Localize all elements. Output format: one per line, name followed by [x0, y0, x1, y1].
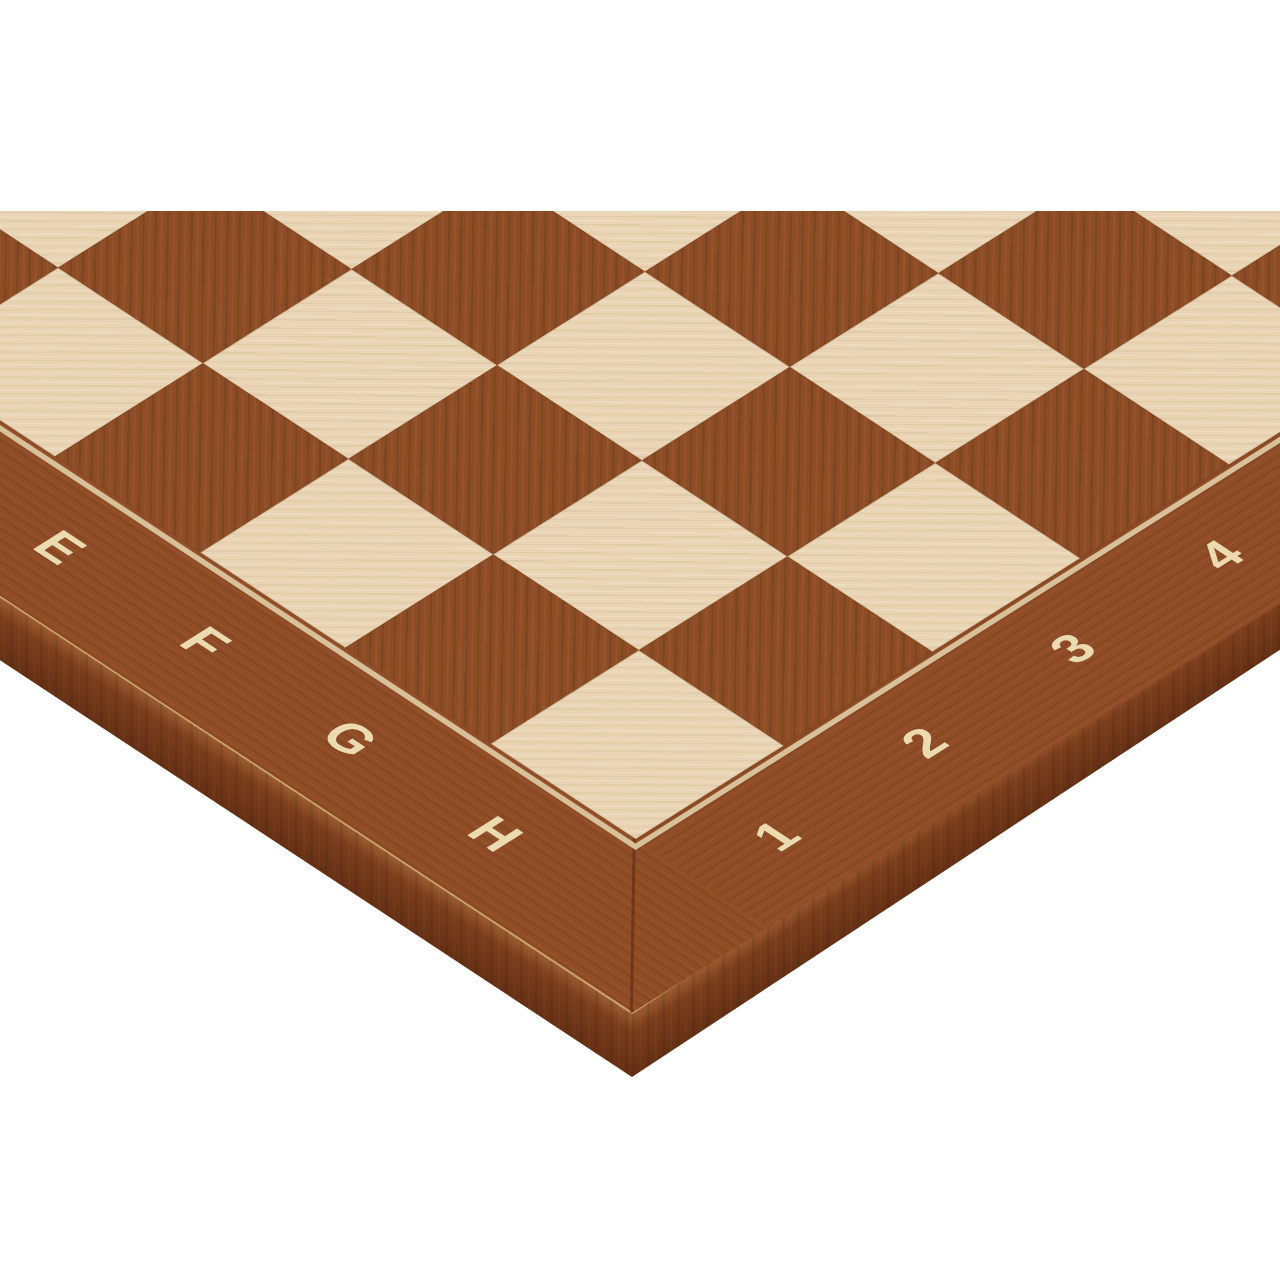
chess-board-top-surface: EFGH 4321	[0, 211, 1280, 1012]
file-label-G: G	[311, 713, 389, 763]
file-label-F: F	[169, 620, 240, 665]
rank-label-3: 3	[1039, 627, 1107, 671]
file-label-E: E	[23, 524, 96, 571]
border-miter-seam	[630, 839, 636, 1013]
board-photo-region: EFGH 4321	[0, 211, 1280, 1280]
rank-label-1: 1	[742, 814, 810, 858]
product-photo-canvas: EFGH 4321	[0, 0, 1280, 1280]
rank-label-4: 4	[1187, 533, 1255, 577]
file-label-H: H	[457, 810, 533, 859]
rank-label-2: 2	[891, 720, 959, 764]
